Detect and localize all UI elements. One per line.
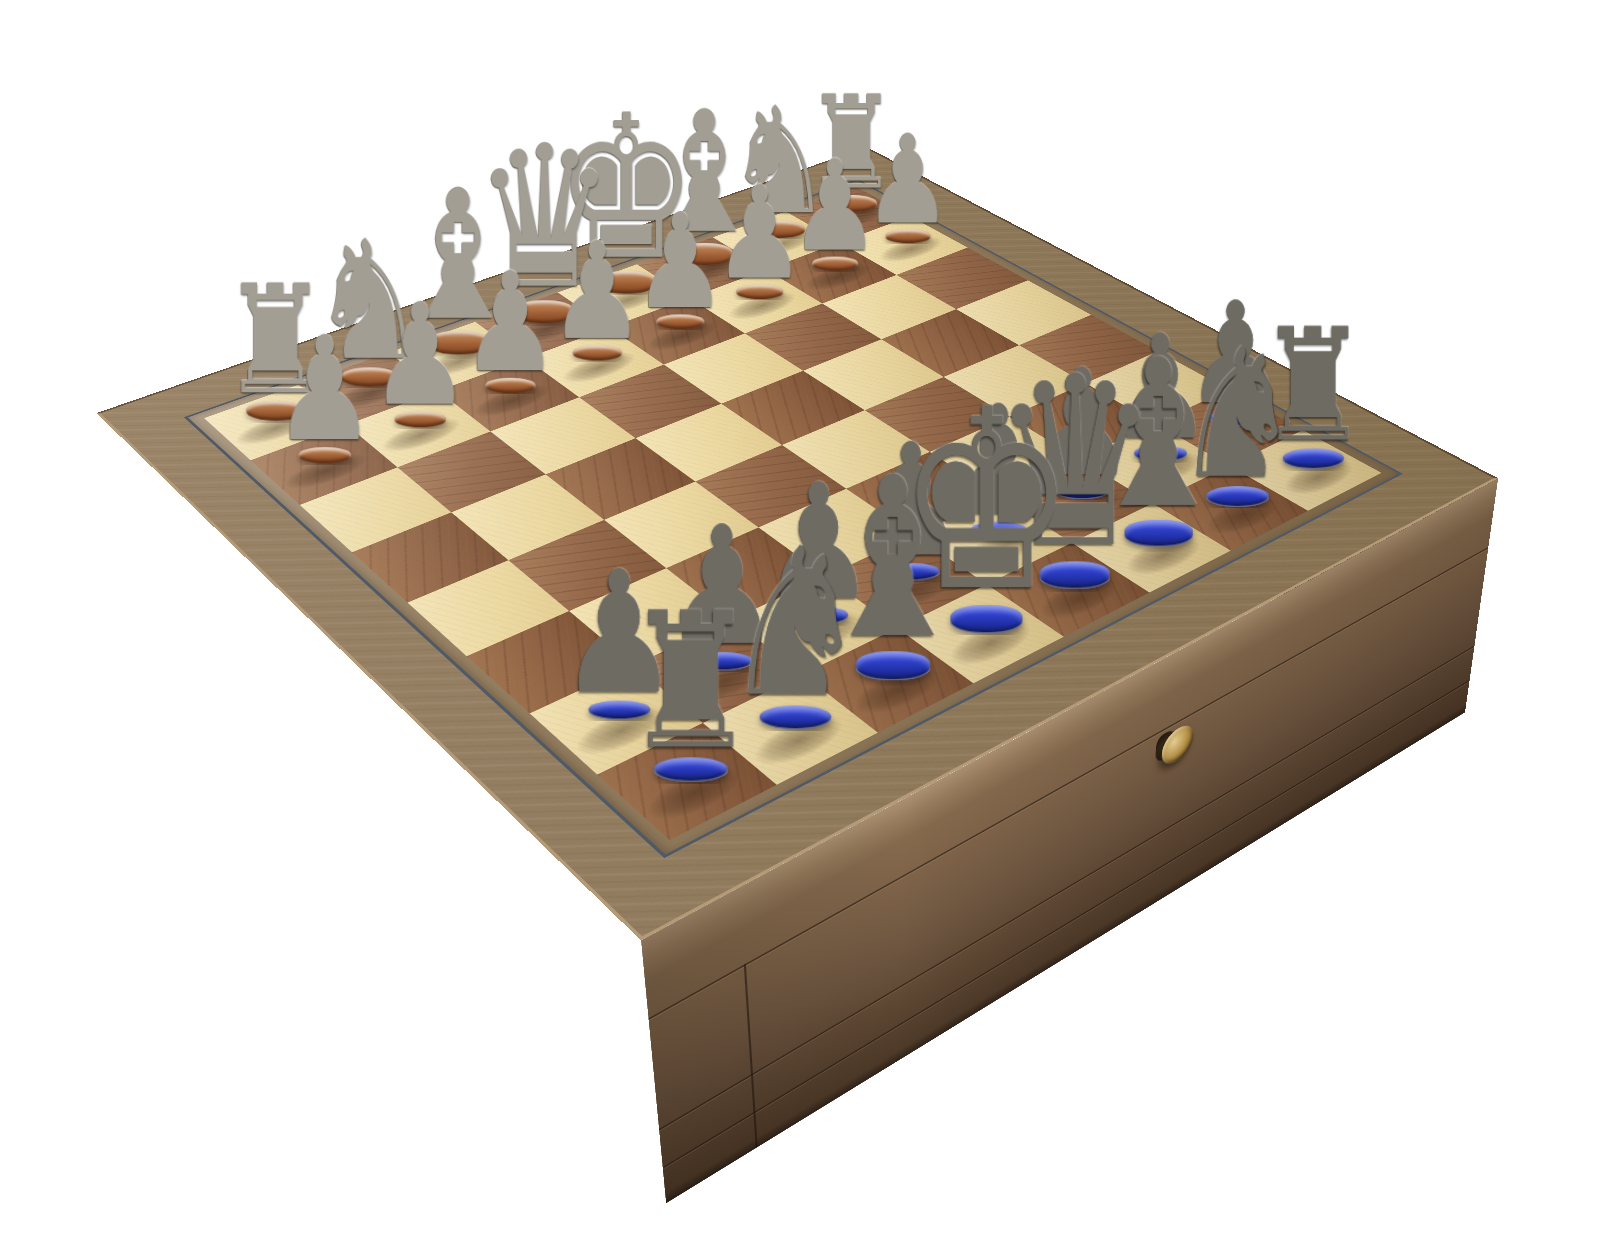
piece-black-pawn-a7[interactable]: ♟ [254,303,396,463]
photo-scene: ♜♞♝♛♚♝♞♜♟♟♟♟♟♟♟♟♟♟♟♟♟♟♟♟♜♞♝♚♛♝♞♜ [0,0,1600,1236]
pawn-glyph: ♟ [273,324,376,456]
rook-glyph: ♜ [624,596,759,769]
piece-white-rook-a1[interactable]: ♜ [605,573,777,781]
drawer-side-seam [744,964,758,1149]
chess-box-board: ♜♞♝♛♚♝♞♜♟♟♟♟♟♟♟♟♟♟♟♟♟♟♟♟♜♞♝♚♛♝♞♜ [96,147,1498,940]
